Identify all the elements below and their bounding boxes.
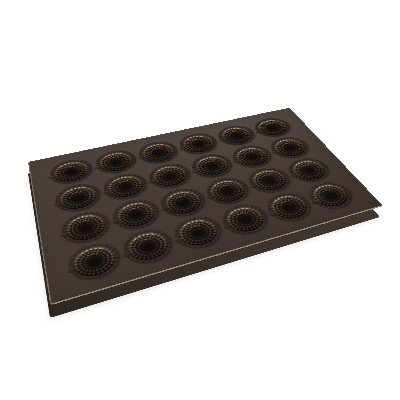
mold-cell bbox=[170, 213, 227, 254]
tray-top-face bbox=[28, 108, 383, 306]
mold-cell bbox=[66, 239, 124, 285]
photo-background bbox=[0, 0, 400, 400]
mold-cell bbox=[120, 225, 178, 268]
